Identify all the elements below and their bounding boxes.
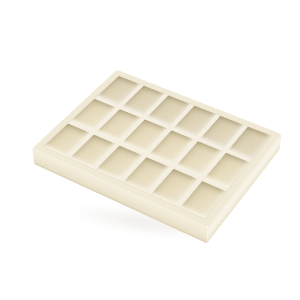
jewelry-tray bbox=[32, 70, 281, 227]
photo-stage bbox=[0, 0, 300, 300]
scene bbox=[0, 0, 300, 300]
